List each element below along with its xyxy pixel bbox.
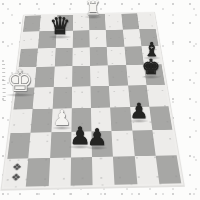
square-a3[interactable] xyxy=(11,109,33,133)
square-c5[interactable] xyxy=(53,66,72,86)
square-d6[interactable] xyxy=(72,48,90,67)
square-h8[interactable] xyxy=(137,13,156,29)
square-a2[interactable] xyxy=(7,132,30,158)
square-b2[interactable] xyxy=(29,132,51,158)
square-a1[interactable]: ❖❖ xyxy=(4,158,29,187)
square-a8[interactable] xyxy=(23,15,41,31)
white-rook-glyph: ♜ xyxy=(84,0,101,19)
chessboard-photo: ❖❖ ♜♛♝♚♚♟♟♟♟ xyxy=(0,0,200,200)
square-e5[interactable] xyxy=(90,66,109,86)
black-king-glyph: ♚ xyxy=(142,55,161,79)
white-king[interactable]: ♚ xyxy=(1,66,40,96)
square-b1[interactable] xyxy=(26,158,50,187)
black-queen[interactable]: ♛ xyxy=(44,14,75,38)
white-king-glyph: ♚ xyxy=(7,63,34,98)
black-pawn-e2-glyph: ♟ xyxy=(87,124,108,150)
square-f6[interactable] xyxy=(107,47,126,66)
black-pawn-g3-glyph: ♟ xyxy=(130,99,149,123)
square-d4[interactable] xyxy=(72,86,91,108)
white-rook[interactable]: ♜ xyxy=(81,0,106,18)
square-d1[interactable] xyxy=(70,157,92,186)
black-queen-glyph: ♛ xyxy=(49,12,71,40)
square-c6[interactable] xyxy=(54,48,72,67)
square-e1[interactable] xyxy=(92,157,115,186)
square-e7[interactable] xyxy=(89,30,107,48)
black-pawn-e2[interactable]: ♟ xyxy=(82,126,112,149)
square-h1[interactable] xyxy=(155,155,181,184)
black-pawn-g3[interactable]: ♟ xyxy=(125,101,152,122)
square-f7[interactable] xyxy=(106,30,124,47)
board-corner-logo: ❖❖ xyxy=(4,158,29,187)
square-b6[interactable] xyxy=(36,48,55,67)
board-tilt-wrapper: ❖❖ xyxy=(0,0,200,200)
square-f2[interactable] xyxy=(112,130,135,156)
square-e6[interactable] xyxy=(90,47,108,66)
black-king[interactable]: ♚ xyxy=(137,57,164,78)
square-c1[interactable] xyxy=(48,157,71,186)
square-f5[interactable] xyxy=(108,65,128,85)
square-f1[interactable] xyxy=(113,156,137,185)
square-h2[interactable] xyxy=(152,130,176,156)
square-f8[interactable] xyxy=(105,14,122,30)
square-a7[interactable] xyxy=(21,31,40,49)
square-d5[interactable] xyxy=(72,66,91,86)
square-e4[interactable] xyxy=(90,86,110,108)
